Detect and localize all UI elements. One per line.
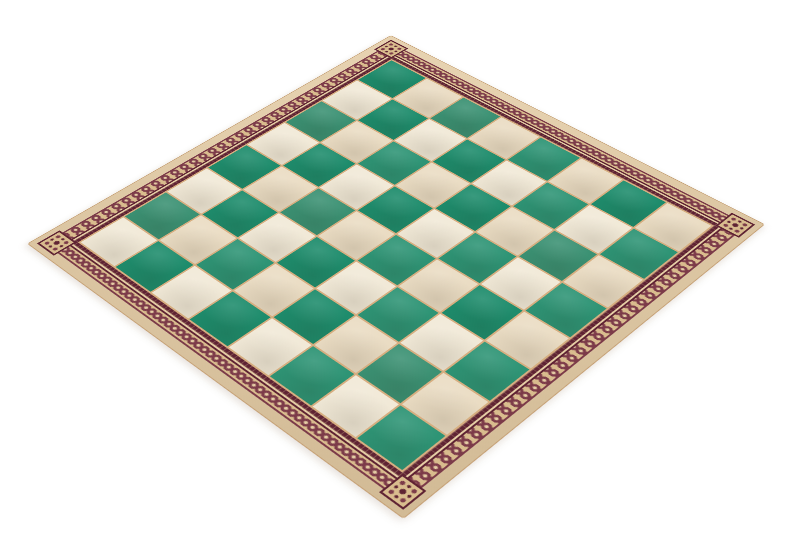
border-maroon-band (71, 56, 721, 479)
border-chain-pattern (47, 44, 745, 500)
chessboard (27, 35, 765, 519)
board-grid (78, 59, 714, 473)
border-outer-hairline (44, 43, 748, 503)
product-photo-stage (0, 0, 800, 560)
border-tan-line (68, 54, 724, 481)
border-inner-hairline (65, 53, 727, 484)
board-frame (27, 35, 765, 519)
